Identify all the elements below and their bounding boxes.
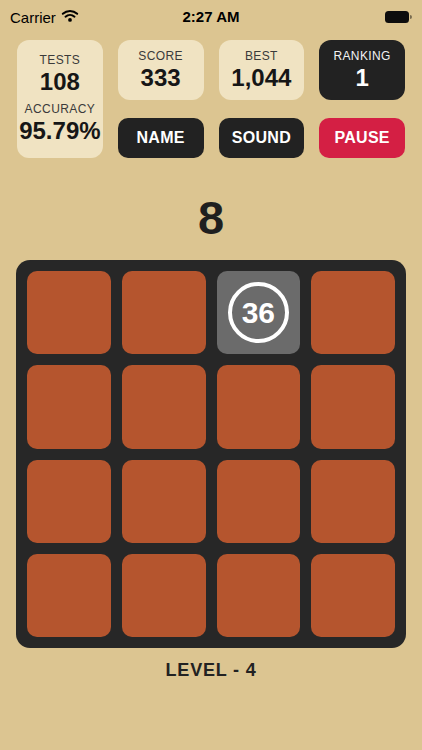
tile-revealed-36[interactable]: 36 (217, 271, 301, 354)
stats-panel: TESTS 108 ACCURACY 95.79% SCORE 333 BEST… (17, 40, 405, 158)
tile-r2c0[interactable] (27, 460, 111, 543)
level-label: LEVEL - 4 (0, 660, 422, 681)
score-label: SCORE (138, 49, 183, 63)
tile-r0c3[interactable] (311, 271, 395, 354)
score-value: 333 (141, 64, 181, 92)
ranking-card[interactable]: RANKING 1 (319, 40, 405, 100)
tile-r2c3[interactable] (311, 460, 395, 543)
tests-accuracy-card: TESTS 108 ACCURACY 95.79% (17, 40, 103, 158)
clock: 2:27 AM (0, 8, 422, 25)
name-button[interactable]: NAME (118, 118, 204, 158)
tests-value: 108 (40, 68, 80, 96)
best-card: BEST 1,044 (219, 40, 305, 100)
accuracy-value: 95.79% (19, 117, 100, 145)
sound-button[interactable]: SOUND (219, 118, 305, 158)
best-label: BEST (245, 49, 278, 63)
battery-icon (385, 11, 412, 23)
tile-r3c3[interactable] (311, 554, 395, 637)
tile-r3c1[interactable] (122, 554, 206, 637)
accuracy-label: ACCURACY (25, 102, 96, 116)
pause-button[interactable]: PAUSE (319, 118, 405, 158)
tile-r2c1[interactable] (122, 460, 206, 543)
target-number: 8 (0, 188, 422, 248)
ranking-label: RANKING (333, 49, 390, 63)
tile-r0c1[interactable] (122, 271, 206, 354)
tile-r2c2[interactable] (217, 460, 301, 543)
tile-r1c3[interactable] (311, 365, 395, 448)
status-bar: Carrier 2:27 AM (0, 6, 422, 28)
tile-r3c2[interactable] (217, 554, 301, 637)
best-value: 1,044 (231, 64, 291, 92)
ranking-value: 1 (355, 64, 368, 92)
score-card: SCORE 333 (118, 40, 204, 100)
board: 36 (16, 260, 406, 648)
tile-r3c0[interactable] (27, 554, 111, 637)
tile-r1c0[interactable] (27, 365, 111, 448)
tile-number-circle: 36 (228, 282, 289, 343)
tests-label: TESTS (40, 53, 81, 67)
tile-r0c0[interactable] (27, 271, 111, 354)
tile-r1c1[interactable] (122, 365, 206, 448)
tile-r1c2[interactable] (217, 365, 301, 448)
